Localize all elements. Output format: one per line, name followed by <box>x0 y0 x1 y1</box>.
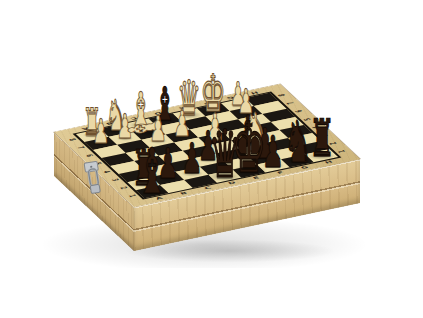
metal-clasp-icon <box>82 161 106 201</box>
product-photo: ABCDEFGH ABCDEFGH 87654321 87654321 ♜♞♝♝… <box>0 0 423 318</box>
